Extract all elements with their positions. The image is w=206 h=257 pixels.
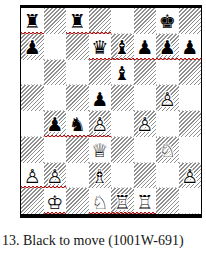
square-f5 bbox=[134, 85, 157, 111]
piece-white-pawn-b2: ♙ bbox=[46, 167, 63, 186]
square-e1: ♖ bbox=[111, 188, 134, 214]
diagram-caption: 13. Black to move (1001W-691) bbox=[2, 233, 184, 249]
piece-black-pawn-a7: ♟ bbox=[24, 38, 41, 57]
red-squiggle-rank2-ab bbox=[21, 186, 66, 189]
square-a4 bbox=[21, 111, 44, 137]
square-d7: ♛ bbox=[89, 34, 112, 60]
red-squiggle-rank1-bb bbox=[44, 212, 67, 215]
piece-white-knight-g3: ♘ bbox=[159, 141, 176, 160]
square-f1: ♖ bbox=[134, 188, 157, 214]
square-g8: ♚ bbox=[156, 8, 179, 34]
square-d3: ♕ bbox=[89, 137, 112, 163]
square-h1 bbox=[179, 188, 202, 214]
piece-black-pawn-g7: ♟ bbox=[159, 38, 176, 57]
chess-diagram: ♜♜♚♟♛♝♟♟♟♝♟♙♟♞♙♙♕♘♙♙♗♙♔♘♖♖ 13. Black to … bbox=[0, 0, 206, 257]
square-a3 bbox=[21, 137, 44, 163]
square-a7: ♟ bbox=[21, 34, 44, 60]
square-a8: ♜ bbox=[21, 8, 44, 34]
square-a1 bbox=[21, 188, 44, 214]
square-a6 bbox=[21, 60, 44, 86]
square-d5: ♟ bbox=[89, 85, 112, 111]
square-g7: ♟ bbox=[156, 34, 179, 60]
square-g1 bbox=[156, 188, 179, 214]
piece-white-rook-e1: ♖ bbox=[114, 193, 131, 212]
square-b6 bbox=[44, 60, 67, 86]
square-c3 bbox=[66, 137, 89, 163]
square-c4: ♞ bbox=[66, 111, 89, 137]
square-g5: ♙ bbox=[156, 85, 179, 111]
square-e7: ♝ bbox=[111, 34, 134, 60]
square-c2 bbox=[66, 163, 89, 189]
square-a5 bbox=[21, 85, 44, 111]
piece-white-pawn-a2: ♙ bbox=[24, 167, 41, 186]
square-b8 bbox=[44, 8, 67, 34]
piece-white-king-b1: ♔ bbox=[46, 193, 63, 212]
piece-white-pawn-f4: ♙ bbox=[136, 115, 153, 134]
square-h8 bbox=[179, 8, 202, 34]
square-h5 bbox=[179, 85, 202, 111]
piece-black-pawn-h7: ♟ bbox=[181, 38, 198, 57]
square-c1 bbox=[66, 188, 89, 214]
square-d8 bbox=[89, 8, 112, 34]
square-f4: ♙ bbox=[134, 111, 157, 137]
piece-black-queen-d7: ♛ bbox=[91, 38, 108, 57]
square-c8: ♜ bbox=[66, 8, 89, 34]
piece-black-rook-c8: ♜ bbox=[69, 12, 86, 31]
square-f3 bbox=[134, 137, 157, 163]
square-c6 bbox=[66, 60, 89, 86]
piece-white-pawn-g5: ♙ bbox=[159, 90, 176, 109]
piece-black-knight-c4: ♞ bbox=[69, 115, 86, 134]
piece-black-king-g8: ♚ bbox=[159, 12, 176, 31]
square-g6 bbox=[156, 60, 179, 86]
square-f2 bbox=[134, 163, 157, 189]
square-e6: ♝ bbox=[111, 60, 134, 86]
square-h7: ♟ bbox=[179, 34, 202, 60]
red-squiggle-rank7-dh bbox=[89, 58, 202, 61]
piece-black-pawn-f7: ♟ bbox=[136, 38, 153, 57]
chess-board: ♜♜♚♟♛♝♟♟♟♝♟♙♟♞♙♙♕♘♙♙♗♙♔♘♖♖ bbox=[20, 5, 202, 218]
square-c7 bbox=[66, 34, 89, 60]
square-a2: ♙ bbox=[21, 163, 44, 189]
square-b2: ♙ bbox=[44, 163, 67, 189]
square-e2 bbox=[111, 163, 134, 189]
square-h4 bbox=[179, 111, 202, 137]
piece-black-bishop-e6: ♝ bbox=[114, 64, 131, 83]
piece-black-pawn-b4: ♟ bbox=[46, 115, 63, 134]
piece-white-bishop-d2: ♗ bbox=[91, 167, 108, 186]
red-squiggle-rank1-df bbox=[89, 212, 157, 215]
square-b4: ♟ bbox=[44, 111, 67, 137]
square-d6 bbox=[89, 60, 112, 86]
red-squiggle-rank8-aa bbox=[21, 32, 44, 35]
piece-white-knight-d1: ♘ bbox=[91, 193, 108, 212]
square-h3 bbox=[179, 137, 202, 163]
square-d4: ♙ bbox=[89, 111, 112, 137]
piece-white-pawn-d4: ♙ bbox=[91, 115, 108, 134]
square-b7 bbox=[44, 34, 67, 60]
square-c5 bbox=[66, 85, 89, 111]
square-d1: ♘ bbox=[89, 188, 112, 214]
square-b3 bbox=[44, 137, 67, 163]
square-e8 bbox=[111, 8, 134, 34]
square-b5 bbox=[44, 85, 67, 111]
square-d2: ♗ bbox=[89, 163, 112, 189]
piece-white-queen-d3: ♕ bbox=[91, 141, 108, 160]
piece-black-bishop-e7: ♝ bbox=[114, 38, 131, 57]
square-h2: ♙ bbox=[179, 163, 202, 189]
piece-white-pawn-h2: ♙ bbox=[181, 167, 198, 186]
square-h6 bbox=[179, 60, 202, 86]
square-g2 bbox=[156, 163, 179, 189]
square-f8 bbox=[134, 8, 157, 34]
red-squiggle-rank4-bd bbox=[44, 135, 112, 138]
piece-black-rook-a8: ♜ bbox=[24, 12, 41, 31]
square-f7: ♟ bbox=[134, 34, 157, 60]
square-b1: ♔ bbox=[44, 188, 67, 214]
square-f6 bbox=[134, 60, 157, 86]
square-g4 bbox=[156, 111, 179, 137]
piece-black-pawn-d5: ♟ bbox=[91, 90, 108, 109]
square-e4 bbox=[111, 111, 134, 137]
square-g3: ♘ bbox=[156, 137, 179, 163]
square-e5 bbox=[111, 85, 134, 111]
square-e3 bbox=[111, 137, 134, 163]
piece-white-rook-f1: ♖ bbox=[136, 193, 153, 212]
red-squiggle-rank8-cd bbox=[66, 32, 111, 35]
